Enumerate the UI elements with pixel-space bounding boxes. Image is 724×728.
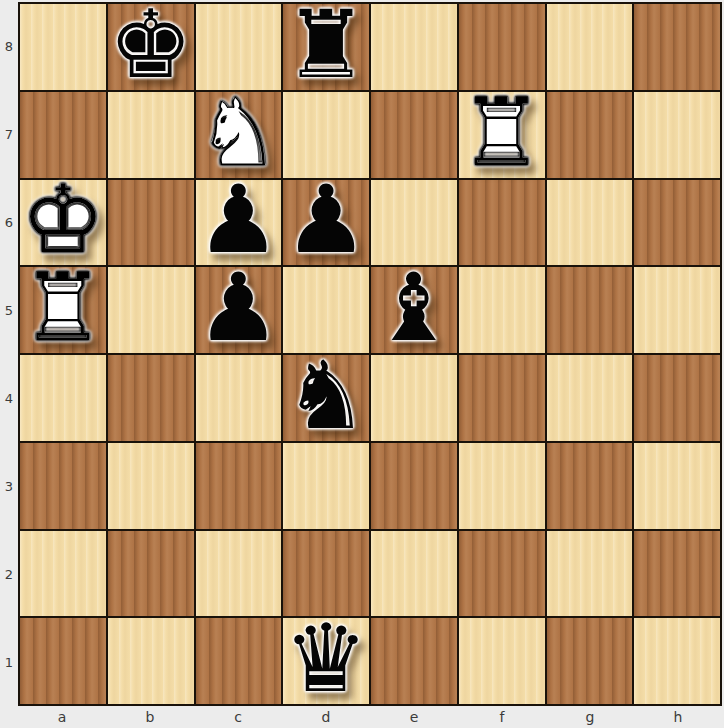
square-e5[interactable]: ♝ <box>371 267 457 353</box>
square-f3[interactable] <box>459 443 545 529</box>
square-b1[interactable] <box>108 618 194 704</box>
square-h7[interactable] <box>634 92 720 178</box>
square-a1[interactable] <box>20 618 106 704</box>
rank-label-3: 3 <box>0 442 18 530</box>
square-a4[interactable] <box>20 355 106 441</box>
square-b3[interactable] <box>108 443 194 529</box>
square-b4[interactable] <box>108 355 194 441</box>
square-d6[interactable]: ♟ <box>283 180 369 266</box>
rank-label-6: 6 <box>0 178 18 266</box>
square-e1[interactable] <box>371 618 457 704</box>
file-labels: abcdefgh <box>18 706 722 728</box>
square-h4[interactable] <box>634 355 720 441</box>
square-b8[interactable]: ♚ <box>108 4 194 90</box>
square-c5[interactable]: ♟ <box>196 267 282 353</box>
square-f2[interactable] <box>459 531 545 617</box>
square-f5[interactable] <box>459 267 545 353</box>
white-rook-linework: ♖ <box>21 261 105 355</box>
square-g4[interactable] <box>547 355 633 441</box>
square-g1[interactable] <box>547 618 633 704</box>
square-e8[interactable] <box>371 4 457 90</box>
file-label-e: e <box>370 706 458 728</box>
white-rook-linework: ♖ <box>459 86 543 180</box>
square-f1[interactable] <box>459 618 545 704</box>
square-h1[interactable] <box>634 618 720 704</box>
rank-labels: 87654321 <box>0 2 18 706</box>
square-g3[interactable] <box>547 443 633 529</box>
piece-black-queen[interactable]: ♛ <box>284 612 368 706</box>
square-a5[interactable]: ♜♖ <box>20 267 106 353</box>
piece-white-rook[interactable]: ♜♖ <box>21 261 105 355</box>
file-label-f: f <box>458 706 546 728</box>
rank-label-2: 2 <box>0 530 18 618</box>
square-b5[interactable] <box>108 267 194 353</box>
rank-label-8: 8 <box>0 2 18 90</box>
square-h2[interactable] <box>634 531 720 617</box>
square-h8[interactable] <box>634 4 720 90</box>
chess-board-app: 87654321 ♚♜♞♘♜♖♚♔♟♟♜♖♟♝♞♛ abcdefgh <box>0 0 724 728</box>
black-pawn-glyph: ♟ <box>284 173 368 267</box>
square-h6[interactable] <box>634 180 720 266</box>
black-rook-glyph: ♜ <box>284 0 368 92</box>
chess-board: ♚♜♞♘♜♖♚♔♟♟♜♖♟♝♞♛ <box>18 2 722 706</box>
square-e3[interactable] <box>371 443 457 529</box>
square-b6[interactable] <box>108 180 194 266</box>
file-label-g: g <box>546 706 634 728</box>
square-e4[interactable] <box>371 355 457 441</box>
square-d1[interactable]: ♛ <box>283 618 369 704</box>
black-pawn-glyph: ♟ <box>196 261 280 355</box>
rank-label-7: 7 <box>0 90 18 178</box>
square-e2[interactable] <box>371 531 457 617</box>
square-g6[interactable] <box>547 180 633 266</box>
file-label-b: b <box>106 706 194 728</box>
square-h3[interactable] <box>634 443 720 529</box>
square-c2[interactable] <box>196 531 282 617</box>
square-f7[interactable]: ♜♖ <box>459 92 545 178</box>
square-g7[interactable] <box>547 92 633 178</box>
piece-black-pawn[interactable]: ♟ <box>196 261 280 355</box>
square-a8[interactable] <box>20 4 106 90</box>
file-label-h: h <box>634 706 722 728</box>
piece-white-rook[interactable]: ♜♖ <box>459 86 543 180</box>
piece-black-king[interactable]: ♚ <box>108 0 192 92</box>
square-g2[interactable] <box>547 531 633 617</box>
piece-black-rook[interactable]: ♜ <box>284 0 368 92</box>
square-d4[interactable]: ♞ <box>283 355 369 441</box>
piece-black-knight[interactable]: ♞ <box>284 349 368 443</box>
square-c3[interactable] <box>196 443 282 529</box>
square-d3[interactable] <box>283 443 369 529</box>
rank-label-4: 4 <box>0 354 18 442</box>
black-king-glyph: ♚ <box>108 0 192 92</box>
square-b2[interactable] <box>108 531 194 617</box>
file-label-c: c <box>194 706 282 728</box>
square-c1[interactable] <box>196 618 282 704</box>
square-g8[interactable] <box>547 4 633 90</box>
black-knight-glyph: ♞ <box>284 349 368 443</box>
black-bishop-glyph: ♝ <box>372 261 456 355</box>
square-d8[interactable]: ♜ <box>283 4 369 90</box>
rank-label-1: 1 <box>0 618 18 706</box>
piece-black-pawn[interactable]: ♟ <box>284 173 368 267</box>
square-g5[interactable] <box>547 267 633 353</box>
piece-black-bishop[interactable]: ♝ <box>372 261 456 355</box>
square-h5[interactable] <box>634 267 720 353</box>
rank-label-5: 5 <box>0 266 18 354</box>
square-e7[interactable] <box>371 92 457 178</box>
square-b7[interactable] <box>108 92 194 178</box>
square-a2[interactable] <box>20 531 106 617</box>
square-f4[interactable] <box>459 355 545 441</box>
file-label-a: a <box>18 706 106 728</box>
square-f6[interactable] <box>459 180 545 266</box>
square-c4[interactable] <box>196 355 282 441</box>
black-queen-glyph: ♛ <box>284 612 368 706</box>
square-a3[interactable] <box>20 443 106 529</box>
